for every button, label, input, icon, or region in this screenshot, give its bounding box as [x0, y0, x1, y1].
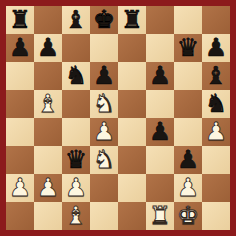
- square-f3[interactable]: [146, 146, 174, 174]
- square-f7[interactable]: [146, 34, 174, 62]
- square-h8[interactable]: [202, 6, 230, 34]
- square-g7[interactable]: ♛: [174, 34, 202, 62]
- piece-white-knight: ♞: [90, 90, 118, 118]
- square-h2[interactable]: [202, 174, 230, 202]
- square-e2[interactable]: [118, 174, 146, 202]
- piece-white-knight: ♞: [90, 146, 118, 174]
- piece-black-rook: ♜: [6, 6, 34, 34]
- square-f1[interactable]: ♜: [146, 202, 174, 230]
- square-b2[interactable]: ♟: [34, 174, 62, 202]
- piece-black-pawn: ♟: [174, 146, 202, 174]
- square-g2[interactable]: ♟: [174, 174, 202, 202]
- square-a4[interactable]: [6, 118, 34, 146]
- chess-board: ♜♝♚♜♟♟♛♟♞♟♟♝♝♞♞♟♟♟♛♞♟♟♟♟♟♝♜♚: [6, 6, 230, 230]
- square-h7[interactable]: ♟: [202, 34, 230, 62]
- piece-white-rook: ♜: [146, 202, 174, 230]
- piece-black-pawn: ♟: [90, 62, 118, 90]
- square-g1[interactable]: ♚: [174, 202, 202, 230]
- piece-black-queen: ♛: [174, 34, 202, 62]
- square-c4[interactable]: [62, 118, 90, 146]
- square-a7[interactable]: ♟: [6, 34, 34, 62]
- piece-black-queen: ♛: [62, 146, 90, 174]
- square-g4[interactable]: [174, 118, 202, 146]
- square-c1[interactable]: ♝: [62, 202, 90, 230]
- square-b8[interactable]: [34, 6, 62, 34]
- square-c3[interactable]: ♛: [62, 146, 90, 174]
- piece-white-pawn: ♟: [174, 174, 202, 202]
- square-c2[interactable]: ♟: [62, 174, 90, 202]
- piece-white-pawn: ♟: [90, 118, 118, 146]
- square-a1[interactable]: [6, 202, 34, 230]
- piece-black-knight: ♞: [62, 62, 90, 90]
- piece-white-pawn: ♟: [34, 174, 62, 202]
- square-b1[interactable]: [34, 202, 62, 230]
- square-d6[interactable]: ♟: [90, 62, 118, 90]
- square-a6[interactable]: [6, 62, 34, 90]
- square-e4[interactable]: [118, 118, 146, 146]
- square-h1[interactable]: [202, 202, 230, 230]
- piece-black-pawn: ♟: [146, 118, 174, 146]
- square-b7[interactable]: ♟: [34, 34, 62, 62]
- piece-black-rook: ♜: [118, 6, 146, 34]
- square-b3[interactable]: [34, 146, 62, 174]
- piece-black-pawn: ♟: [6, 34, 34, 62]
- square-c8[interactable]: ♝: [62, 6, 90, 34]
- piece-white-pawn: ♟: [6, 174, 34, 202]
- piece-black-king: ♚: [90, 6, 118, 34]
- square-g8[interactable]: [174, 6, 202, 34]
- square-d8[interactable]: ♚: [90, 6, 118, 34]
- piece-black-pawn: ♟: [146, 62, 174, 90]
- piece-black-bishop: ♝: [62, 6, 90, 34]
- square-b6[interactable]: [34, 62, 62, 90]
- square-d4[interactable]: ♟: [90, 118, 118, 146]
- square-d5[interactable]: ♞: [90, 90, 118, 118]
- piece-black-knight: ♞: [202, 90, 230, 118]
- square-e6[interactable]: [118, 62, 146, 90]
- square-e7[interactable]: [118, 34, 146, 62]
- square-f8[interactable]: [146, 6, 174, 34]
- square-b5[interactable]: ♝: [34, 90, 62, 118]
- square-b4[interactable]: [34, 118, 62, 146]
- piece-black-bishop: ♝: [202, 62, 230, 90]
- square-d3[interactable]: ♞: [90, 146, 118, 174]
- square-d1[interactable]: [90, 202, 118, 230]
- square-c5[interactable]: [62, 90, 90, 118]
- square-g5[interactable]: [174, 90, 202, 118]
- square-h3[interactable]: [202, 146, 230, 174]
- piece-white-bishop: ♝: [62, 202, 90, 230]
- square-h5[interactable]: ♞: [202, 90, 230, 118]
- square-f2[interactable]: [146, 174, 174, 202]
- piece-black-pawn: ♟: [34, 34, 62, 62]
- square-f4[interactable]: ♟: [146, 118, 174, 146]
- square-h6[interactable]: ♝: [202, 62, 230, 90]
- square-d7[interactable]: [90, 34, 118, 62]
- square-a8[interactable]: ♜: [6, 6, 34, 34]
- square-d2[interactable]: [90, 174, 118, 202]
- piece-white-king: ♚: [174, 202, 202, 230]
- square-f6[interactable]: ♟: [146, 62, 174, 90]
- piece-white-pawn: ♟: [202, 118, 230, 146]
- piece-white-bishop: ♝: [34, 90, 62, 118]
- chess-board-frame: ♜♝♚♜♟♟♛♟♞♟♟♝♝♞♞♟♟♟♛♞♟♟♟♟♟♝♜♚: [0, 0, 236, 236]
- square-e3[interactable]: [118, 146, 146, 174]
- square-a5[interactable]: [6, 90, 34, 118]
- piece-black-pawn: ♟: [202, 34, 230, 62]
- square-f5[interactable]: [146, 90, 174, 118]
- square-c7[interactable]: [62, 34, 90, 62]
- square-a3[interactable]: [6, 146, 34, 174]
- square-a2[interactable]: ♟: [6, 174, 34, 202]
- square-e5[interactable]: [118, 90, 146, 118]
- piece-white-pawn: ♟: [62, 174, 90, 202]
- square-e1[interactable]: [118, 202, 146, 230]
- square-h4[interactable]: ♟: [202, 118, 230, 146]
- square-c6[interactable]: ♞: [62, 62, 90, 90]
- square-g3[interactable]: ♟: [174, 146, 202, 174]
- square-g6[interactable]: [174, 62, 202, 90]
- square-e8[interactable]: ♜: [118, 6, 146, 34]
